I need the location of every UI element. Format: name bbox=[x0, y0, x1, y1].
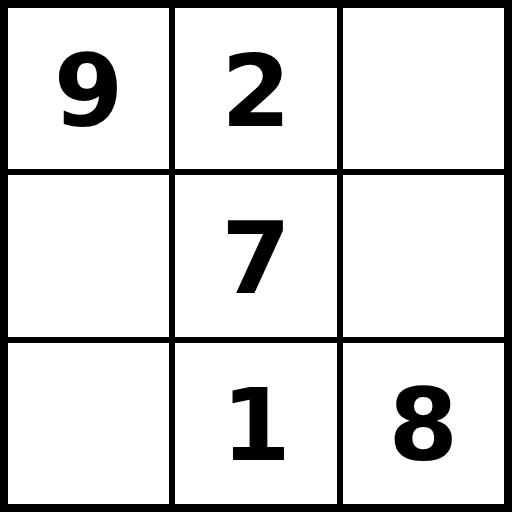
cell-r3c1[interactable] bbox=[8, 343, 169, 504]
cell-r1c2[interactable]: 2 bbox=[175, 8, 336, 169]
cell-r3c2[interactable]: 1 bbox=[175, 343, 336, 504]
cell-r3c3[interactable]: 8 bbox=[343, 343, 504, 504]
cell-r2c3[interactable] bbox=[343, 175, 504, 336]
cell-value: 2 bbox=[221, 42, 291, 142]
cell-r1c3[interactable] bbox=[343, 8, 504, 169]
cell-value: 9 bbox=[54, 42, 124, 142]
cell-r1c1[interactable]: 9 bbox=[8, 8, 169, 169]
puzzle-board: 9 2 7 1 8 bbox=[0, 0, 512, 512]
cell-r2c1[interactable] bbox=[8, 175, 169, 336]
cell-value: 1 bbox=[221, 376, 291, 476]
cell-value: 7 bbox=[221, 209, 291, 309]
cell-r2c2[interactable]: 7 bbox=[175, 175, 336, 336]
cell-value: 8 bbox=[389, 376, 459, 476]
